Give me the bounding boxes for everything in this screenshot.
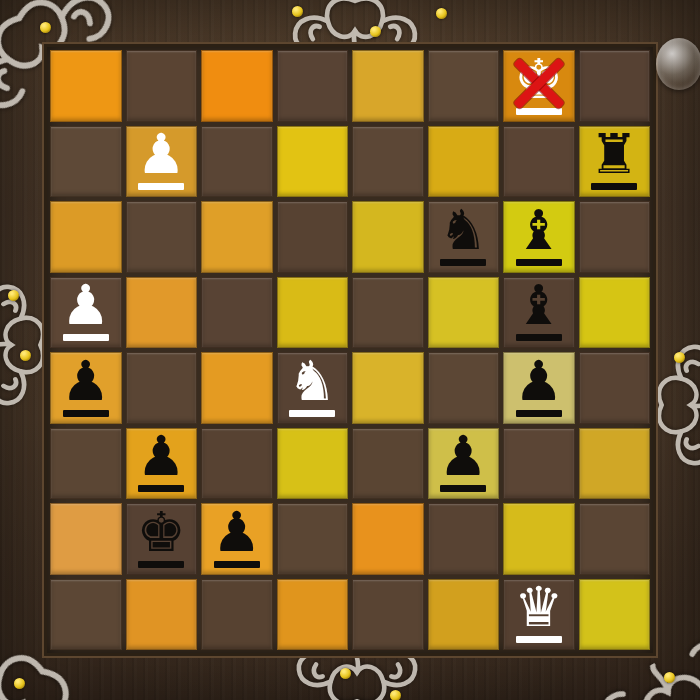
square-a1[interactable] — [50, 579, 122, 651]
square-d1[interactable] — [277, 579, 349, 651]
square-c2[interactable]: ♟ — [201, 503, 273, 575]
square-h2[interactable] — [579, 503, 651, 575]
square-b4[interactable] — [126, 352, 198, 424]
square-g8[interactable]: ♚ — [503, 50, 575, 122]
white-pawn[interactable]: ♟ — [137, 128, 186, 190]
frame-ornament-bottom-center — [252, 646, 462, 700]
square-d7[interactable] — [277, 126, 349, 198]
black-pawn[interactable]: ♟ — [439, 430, 488, 492]
gem-icon — [436, 8, 447, 19]
chess-board: ♚♟♜♞♝♟♝♟♞♟♟♟♚♟♛ — [47, 47, 653, 653]
black-bishop[interactable]: ♝ — [514, 204, 563, 266]
square-e5[interactable] — [352, 277, 424, 349]
square-h1[interactable] — [579, 579, 651, 651]
square-c4[interactable] — [201, 352, 273, 424]
square-a4[interactable]: ♟ — [50, 352, 122, 424]
black-pawn[interactable]: ♟ — [212, 506, 261, 568]
black-pawn[interactable]: ♟ — [137, 430, 186, 492]
square-b3[interactable]: ♟ — [126, 428, 198, 500]
square-h7[interactable]: ♜ — [579, 126, 651, 198]
gem-icon — [390, 690, 401, 700]
square-e8[interactable] — [352, 50, 424, 122]
square-g2[interactable] — [503, 503, 575, 575]
chess-board-photo: ♚♟♜♞♝♟♝♟♞♟♟♟♚♟♛ — [0, 0, 700, 700]
square-a3[interactable] — [50, 428, 122, 500]
square-d3[interactable] — [277, 428, 349, 500]
white-pawn[interactable]: ♟ — [61, 279, 110, 341]
square-d8[interactable] — [277, 50, 349, 122]
square-a6[interactable] — [50, 201, 122, 273]
square-f6[interactable]: ♞ — [428, 201, 500, 273]
square-e1[interactable] — [352, 579, 424, 651]
gem-icon — [40, 22, 51, 33]
square-f2[interactable] — [428, 503, 500, 575]
square-g4[interactable]: ♟ — [503, 352, 575, 424]
square-b6[interactable] — [126, 201, 198, 273]
black-rook[interactable]: ♜ — [590, 128, 639, 190]
gem-icon — [8, 290, 19, 301]
black-king[interactable]: ♚ — [137, 506, 186, 568]
square-g6[interactable]: ♝ — [503, 201, 575, 273]
square-e3[interactable] — [352, 428, 424, 500]
square-d2[interactable] — [277, 503, 349, 575]
black-pawn[interactable]: ♟ — [514, 355, 563, 417]
square-a8[interactable] — [50, 50, 122, 122]
square-c5[interactable] — [201, 277, 273, 349]
square-c8[interactable] — [201, 50, 273, 122]
square-d4[interactable]: ♞ — [277, 352, 349, 424]
square-d5[interactable] — [277, 277, 349, 349]
square-f1[interactable] — [428, 579, 500, 651]
square-f3[interactable]: ♟ — [428, 428, 500, 500]
frame-ornament-right-center — [651, 319, 700, 491]
square-b2[interactable]: ♚ — [126, 503, 198, 575]
square-h8[interactable] — [579, 50, 651, 122]
gem-icon — [292, 6, 303, 17]
gem-icon — [14, 678, 25, 689]
square-c6[interactable] — [201, 201, 273, 273]
square-e2[interactable] — [352, 503, 424, 575]
square-a2[interactable] — [50, 503, 122, 575]
square-h6[interactable] — [579, 201, 651, 273]
square-g5[interactable]: ♝ — [503, 277, 575, 349]
gem-icon — [370, 26, 381, 37]
square-b1[interactable] — [126, 579, 198, 651]
square-f8[interactable] — [428, 50, 500, 122]
square-h5[interactable] — [579, 277, 651, 349]
white-knight[interactable]: ♞ — [288, 355, 337, 417]
square-a5[interactable]: ♟ — [50, 277, 122, 349]
square-d6[interactable] — [277, 201, 349, 273]
square-f7[interactable] — [428, 126, 500, 198]
square-f4[interactable] — [428, 352, 500, 424]
gem-icon — [20, 350, 31, 361]
square-b7[interactable]: ♟ — [126, 126, 198, 198]
square-e7[interactable] — [352, 126, 424, 198]
black-knight[interactable]: ♞ — [439, 204, 488, 266]
square-g7[interactable] — [503, 126, 575, 198]
square-g1[interactable]: ♛ — [503, 579, 575, 651]
white-queen[interactable]: ♛ — [514, 581, 563, 643]
square-c7[interactable] — [201, 126, 273, 198]
gem-icon — [340, 668, 351, 679]
square-a7[interactable] — [50, 126, 122, 198]
square-e4[interactable] — [352, 352, 424, 424]
frame-knob-top-right — [656, 38, 700, 90]
square-b5[interactable] — [126, 277, 198, 349]
gem-icon — [664, 672, 675, 683]
square-c3[interactable] — [201, 428, 273, 500]
square-b8[interactable] — [126, 50, 198, 122]
square-h4[interactable] — [579, 352, 651, 424]
square-g3[interactable] — [503, 428, 575, 500]
black-bishop[interactable]: ♝ — [514, 279, 563, 341]
square-h3[interactable] — [579, 428, 651, 500]
white-king[interactable]: ♚ — [514, 53, 563, 115]
square-c1[interactable] — [201, 579, 273, 651]
black-pawn[interactable]: ♟ — [61, 355, 110, 417]
square-e6[interactable] — [352, 201, 424, 273]
square-f5[interactable] — [428, 277, 500, 349]
frame-ornament-left-center — [0, 259, 51, 431]
gem-icon — [674, 352, 685, 363]
